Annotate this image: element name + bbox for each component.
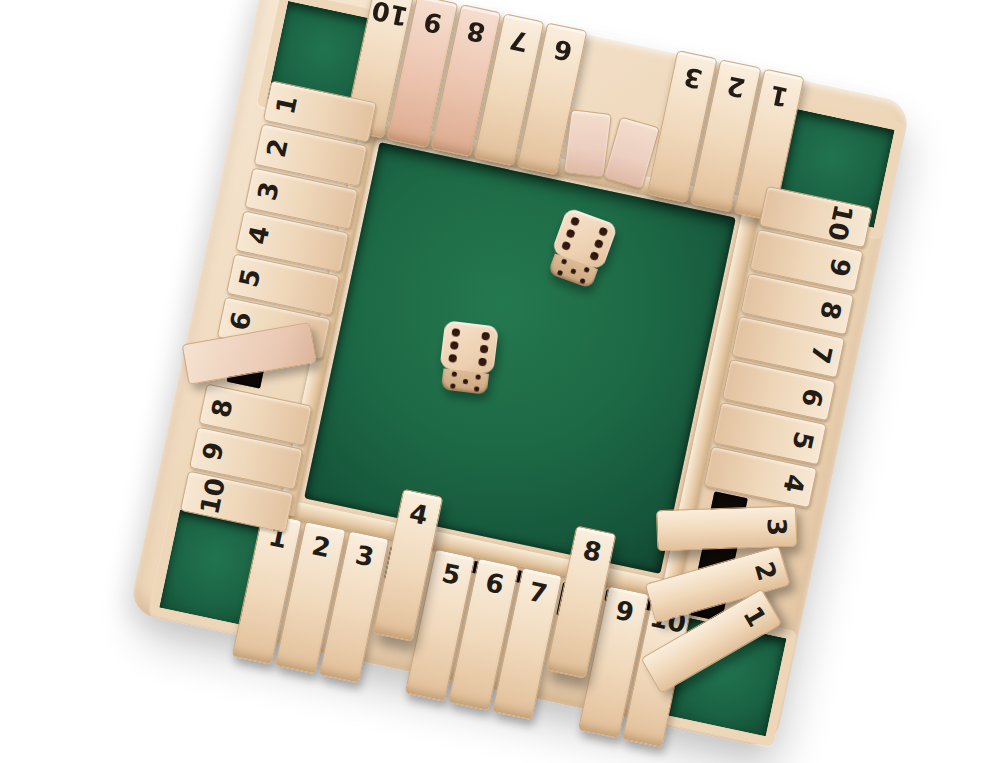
tile-number: 5 <box>235 266 264 289</box>
tile-number: 6 <box>798 386 827 409</box>
tile-number: 1 <box>739 602 771 631</box>
tile-number: 7 <box>807 343 836 366</box>
die-pip <box>478 357 487 366</box>
tile-number: 8 <box>208 396 237 419</box>
tile-number: 9 <box>421 8 444 37</box>
tile-number: 2 <box>263 136 292 159</box>
tile-number: 5 <box>788 429 817 452</box>
tile-number: 4 <box>779 473 808 496</box>
die-pip <box>449 354 458 363</box>
die-pip <box>589 251 599 261</box>
die-pip <box>452 329 461 338</box>
die-pip <box>450 383 456 389</box>
die-pip <box>479 345 488 354</box>
tile-number: 7 <box>526 578 549 607</box>
die-pip <box>579 277 585 283</box>
tile-number: 10 <box>824 202 857 243</box>
die-pip <box>556 269 562 275</box>
tile-number: 7 <box>508 26 531 55</box>
tile-number: 8 <box>816 299 845 322</box>
tile-number: 3 <box>353 541 376 570</box>
die-pip <box>598 227 608 237</box>
die-pip <box>450 341 459 350</box>
tile-number: 8 <box>465 17 488 46</box>
tile-number: 6 <box>226 310 255 333</box>
tile-number: 10 <box>196 476 229 517</box>
tile-number: 8 <box>581 537 604 566</box>
tile-number: 4 <box>407 500 430 529</box>
die-pip <box>570 217 580 227</box>
tile-number: 2 <box>310 532 333 561</box>
tile-number: 1 <box>272 93 301 116</box>
die-top-face <box>439 320 498 374</box>
die-pip <box>473 386 479 392</box>
shut-the-box-board: 109876321 10987654321 12345678910 123456… <box>129 0 912 749</box>
tile-number: 6 <box>483 569 506 598</box>
die-pip <box>561 241 571 251</box>
die-2[interactable] <box>437 320 501 395</box>
tile-number: 6 <box>551 36 574 65</box>
tile-right-3[interactable]: 3 <box>656 505 797 551</box>
tile-number: 4 <box>244 223 273 246</box>
tile-number: 2 <box>750 559 780 584</box>
tile-number: 9 <box>198 440 227 463</box>
tile-number: 3 <box>254 180 283 203</box>
tile-number: 9 <box>613 597 636 626</box>
tile-number: 10 <box>369 0 410 30</box>
tile-number: 3 <box>763 517 790 536</box>
die-pip <box>566 229 576 239</box>
tile-number: 2 <box>725 72 748 101</box>
photo-background: 109876321 10987654321 12345678910 123456… <box>0 0 1000 763</box>
tile-number: 5 <box>440 560 463 589</box>
tile-number: 3 <box>681 63 704 92</box>
tile-number: 1 <box>768 82 791 111</box>
die-pip <box>593 239 603 249</box>
die-pip <box>481 332 490 341</box>
tile-number: 9 <box>825 256 854 279</box>
